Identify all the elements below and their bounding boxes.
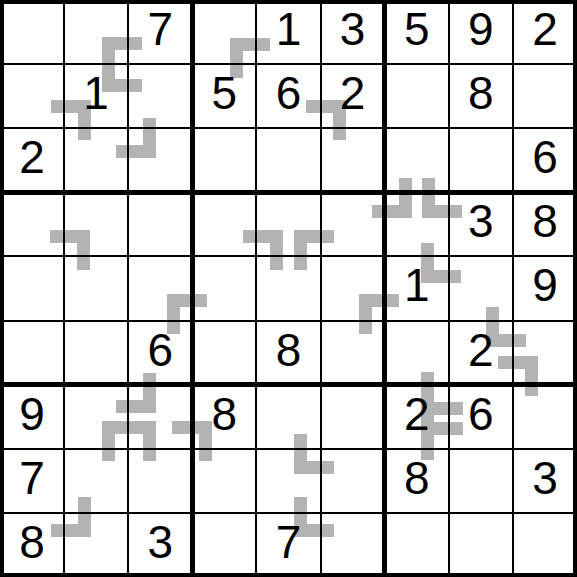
cell-r7c1[interactable]: 9 <box>0 385 64 449</box>
cell-r5c6[interactable] <box>321 256 385 320</box>
given-digit: 8 <box>468 70 494 116</box>
given-digit: 3 <box>468 198 494 244</box>
given-digit: 6 <box>468 391 494 437</box>
cell-r6c3[interactable]: 6 <box>128 321 192 385</box>
cell-r8c6[interactable] <box>321 449 385 513</box>
cell-r4c2[interactable] <box>64 192 128 256</box>
cell-r7c2[interactable] <box>64 385 128 449</box>
cell-r7c3[interactable] <box>128 385 192 449</box>
cell-r1c8[interactable]: 9 <box>449 0 513 64</box>
cell-r2c8[interactable]: 8 <box>449 64 513 128</box>
cell-r1c2[interactable] <box>64 0 128 64</box>
cell-r9c2[interactable] <box>64 513 128 577</box>
cell-r8c8[interactable] <box>449 449 513 513</box>
cell-r4c9[interactable]: 8 <box>513 192 577 256</box>
cell-r8c3[interactable] <box>128 449 192 513</box>
cell-r3c7[interactable] <box>385 128 449 192</box>
cell-r6c7[interactable] <box>385 321 449 385</box>
cell-r2c7[interactable] <box>385 64 449 128</box>
cell-r2c3[interactable] <box>128 64 192 128</box>
cell-r1c5[interactable]: 1 <box>256 0 320 64</box>
cell-r6c6[interactable] <box>321 321 385 385</box>
cell-r1c4[interactable] <box>192 0 256 64</box>
cell-r7c9[interactable] <box>513 385 577 449</box>
given-digit: 8 <box>19 519 45 565</box>
cell-r4c4[interactable] <box>192 192 256 256</box>
cell-r4c5[interactable] <box>256 192 320 256</box>
cell-r6c4[interactable] <box>192 321 256 385</box>
cell-r5c1[interactable] <box>0 256 64 320</box>
cell-r8c5[interactable] <box>256 449 320 513</box>
sudoku-board: 713592156282638196829826783837 <box>0 0 577 577</box>
cell-r3c5[interactable] <box>256 128 320 192</box>
cell-r8c2[interactable] <box>64 449 128 513</box>
cell-r9c6[interactable] <box>321 513 385 577</box>
cell-r4c8[interactable]: 3 <box>449 192 513 256</box>
cell-r1c9[interactable]: 2 <box>513 0 577 64</box>
given-digit: 5 <box>404 6 430 52</box>
cell-r1c3[interactable]: 7 <box>128 0 192 64</box>
given-digit: 8 <box>404 455 430 501</box>
cell-r6c2[interactable] <box>64 321 128 385</box>
cell-r8c9[interactable]: 3 <box>513 449 577 513</box>
cell-r8c4[interactable] <box>192 449 256 513</box>
given-digit: 8 <box>276 327 302 373</box>
given-digit: 6 <box>532 134 558 180</box>
cell-r5c8[interactable] <box>449 256 513 320</box>
cell-r6c9[interactable] <box>513 321 577 385</box>
given-digit: 9 <box>19 391 45 437</box>
cell-r4c1[interactable] <box>0 192 64 256</box>
given-digit: 1 <box>276 6 302 52</box>
cell-r7c5[interactable] <box>256 385 320 449</box>
cell-r3c8[interactable] <box>449 128 513 192</box>
cell-r3c9[interactable]: 6 <box>513 128 577 192</box>
given-digit: 6 <box>276 70 302 116</box>
cell-r9c8[interactable] <box>449 513 513 577</box>
given-digit: 8 <box>212 391 238 437</box>
cell-r4c6[interactable] <box>321 192 385 256</box>
cell-r5c7[interactable]: 1 <box>385 256 449 320</box>
cell-r3c1[interactable]: 2 <box>0 128 64 192</box>
given-digit: 2 <box>532 6 558 52</box>
given-digit: 1 <box>83 70 109 116</box>
given-digit: 1 <box>404 262 430 308</box>
given-digit: 7 <box>19 455 45 501</box>
cell-r4c7[interactable] <box>385 192 449 256</box>
cell-r2c9[interactable] <box>513 64 577 128</box>
cell-r3c6[interactable] <box>321 128 385 192</box>
cell-r2c1[interactable] <box>0 64 64 128</box>
cell-r8c1[interactable]: 7 <box>0 449 64 513</box>
cell-r1c6[interactable]: 3 <box>321 0 385 64</box>
cell-r2c2[interactable]: 1 <box>64 64 128 128</box>
given-digit: 9 <box>468 6 494 52</box>
cell-r9c9[interactable] <box>513 513 577 577</box>
cell-r4c3[interactable] <box>128 192 192 256</box>
given-digit: 7 <box>276 519 302 565</box>
cell-r6c1[interactable] <box>0 321 64 385</box>
cell-r9c3[interactable]: 3 <box>128 513 192 577</box>
cell-r6c8[interactable]: 2 <box>449 321 513 385</box>
cell-r6c5[interactable]: 8 <box>256 321 320 385</box>
cell-r2c4[interactable]: 5 <box>192 64 256 128</box>
given-digit: 9 <box>532 262 558 308</box>
cell-r5c5[interactable] <box>256 256 320 320</box>
given-digit: 3 <box>147 519 173 565</box>
given-digit: 2 <box>19 134 45 180</box>
given-digit: 6 <box>147 327 173 373</box>
cell-r2c6[interactable]: 2 <box>321 64 385 128</box>
cell-r5c4[interactable] <box>192 256 256 320</box>
given-digit: 2 <box>404 391 430 437</box>
cell-r5c3[interactable] <box>128 256 192 320</box>
cell-r3c3[interactable] <box>128 128 192 192</box>
given-digit: 3 <box>340 6 366 52</box>
given-digit: 2 <box>340 70 366 116</box>
cell-r5c2[interactable] <box>64 256 128 320</box>
cell-r1c1[interactable] <box>0 0 64 64</box>
cell-r5c9[interactable]: 9 <box>513 256 577 320</box>
cell-r9c5[interactable]: 7 <box>256 513 320 577</box>
cell-r2c5[interactable]: 6 <box>256 64 320 128</box>
cell-r9c1[interactable]: 8 <box>0 513 64 577</box>
given-digit: 5 <box>212 70 238 116</box>
cell-r7c8[interactable]: 6 <box>449 385 513 449</box>
cell-r3c4[interactable] <box>192 128 256 192</box>
given-digit: 7 <box>147 6 173 52</box>
given-digit: 8 <box>532 198 558 244</box>
cell-r7c4[interactable]: 8 <box>192 385 256 449</box>
given-digit: 2 <box>468 327 494 373</box>
cell-r8c7[interactable]: 8 <box>385 449 449 513</box>
cell-r3c2[interactable] <box>64 128 128 192</box>
cell-r7c6[interactable] <box>321 385 385 449</box>
cell-r1c7[interactable]: 5 <box>385 0 449 64</box>
cell-r9c7[interactable] <box>385 513 449 577</box>
cell-r7c7[interactable]: 2 <box>385 385 449 449</box>
cell-r9c4[interactable] <box>192 513 256 577</box>
given-digit: 3 <box>532 455 558 501</box>
